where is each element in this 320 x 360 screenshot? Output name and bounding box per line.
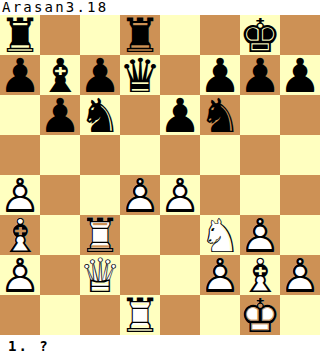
square-d1[interactable]: ♜♖ [120, 295, 160, 335]
square-e6[interactable]: ♟ [160, 95, 200, 135]
black-rook-piece[interactable]: ♜ [120, 15, 160, 55]
square-f2[interactable]: ♟♙ [200, 255, 240, 295]
square-f5[interactable] [200, 135, 240, 175]
square-d3[interactable] [120, 215, 160, 255]
black-queen-piece[interactable]: ♛ [120, 55, 160, 95]
square-b8[interactable] [40, 15, 80, 55]
square-c2[interactable]: ♛♕ [80, 255, 120, 295]
black-bishop-piece[interactable]: ♝ [40, 55, 80, 95]
square-f4[interactable] [200, 175, 240, 215]
square-a5[interactable] [0, 135, 40, 175]
square-d5[interactable] [120, 135, 160, 175]
square-d6[interactable] [120, 95, 160, 135]
white-queen-piece[interactable]: ♛♕ [80, 255, 120, 295]
square-d2[interactable] [120, 255, 160, 295]
square-d7[interactable]: ♛ [120, 55, 160, 95]
black-pawn-piece[interactable]: ♟ [200, 55, 240, 95]
square-g2[interactable]: ♝♗ [240, 255, 280, 295]
black-rook-piece[interactable]: ♜ [0, 15, 40, 55]
square-b3[interactable] [40, 215, 80, 255]
square-h8[interactable] [280, 15, 320, 55]
white-knight-piece[interactable]: ♞♘ [200, 215, 240, 255]
black-pawn-piece[interactable]: ♟ [240, 55, 280, 95]
white-rook-piece[interactable]: ♜♖ [120, 295, 160, 335]
square-g3[interactable]: ♟♙ [240, 215, 280, 255]
square-h1[interactable] [280, 295, 320, 335]
square-a1[interactable] [0, 295, 40, 335]
white-pawn-piece[interactable]: ♟♙ [160, 175, 200, 215]
black-knight-piece[interactable]: ♞ [80, 95, 120, 135]
square-h7[interactable]: ♟ [280, 55, 320, 95]
app-title: Arasan3.18 [2, 0, 108, 15]
square-b1[interactable] [40, 295, 80, 335]
square-e2[interactable] [160, 255, 200, 295]
white-pawn-piece[interactable]: ♟♙ [0, 175, 40, 215]
white-king-piece[interactable]: ♚♔ [240, 295, 280, 335]
white-pawn-piece[interactable]: ♟♙ [280, 255, 320, 295]
white-bishop-piece[interactable]: ♝♗ [240, 255, 280, 295]
black-knight-piece[interactable]: ♞ [200, 95, 240, 135]
square-c7[interactable]: ♟ [80, 55, 120, 95]
white-pawn-piece[interactable]: ♟♙ [240, 215, 280, 255]
chess-board: ♜♜♚♟♝♟♛♟♟♟♟♞♟♞♟♙♟♙♟♙♝♗♜♖♞♘♟♙♟♙♛♕♟♙♝♗♟♙♜♖… [0, 15, 320, 335]
square-c4[interactable] [80, 175, 120, 215]
square-a8[interactable]: ♜ [0, 15, 40, 55]
square-e8[interactable] [160, 15, 200, 55]
square-b7[interactable]: ♝ [40, 55, 80, 95]
square-c5[interactable] [80, 135, 120, 175]
square-a3[interactable]: ♝♗ [0, 215, 40, 255]
square-c6[interactable]: ♞ [80, 95, 120, 135]
square-h4[interactable] [280, 175, 320, 215]
move-prompt: 1. ? [8, 338, 50, 354]
white-bishop-piece[interactable]: ♝♗ [0, 215, 40, 255]
square-h2[interactable]: ♟♙ [280, 255, 320, 295]
white-pawn-piece[interactable]: ♟♙ [0, 255, 40, 295]
square-f3[interactable]: ♞♘ [200, 215, 240, 255]
square-g1[interactable]: ♚♔ [240, 295, 280, 335]
square-a4[interactable]: ♟♙ [0, 175, 40, 215]
black-king-piece[interactable]: ♚ [240, 15, 280, 55]
square-d8[interactable]: ♜ [120, 15, 160, 55]
square-c8[interactable] [80, 15, 120, 55]
black-pawn-piece[interactable]: ♟ [160, 95, 200, 135]
black-pawn-piece[interactable]: ♟ [280, 55, 320, 95]
square-g8[interactable]: ♚ [240, 15, 280, 55]
title-bar: Arasan3.18 [0, 0, 320, 15]
square-b5[interactable] [40, 135, 80, 175]
square-d4[interactable]: ♟♙ [120, 175, 160, 215]
square-h3[interactable] [280, 215, 320, 255]
black-pawn-piece[interactable]: ♟ [40, 95, 80, 135]
app-window: Arasan3.18 ♜♜♚♟♝♟♛♟♟♟♟♞♟♞♟♙♟♙♟♙♝♗♜♖♞♘♟♙♟… [0, 0, 320, 360]
square-e3[interactable] [160, 215, 200, 255]
square-c1[interactable] [80, 295, 120, 335]
white-pawn-piece[interactable]: ♟♙ [200, 255, 240, 295]
square-h5[interactable] [280, 135, 320, 175]
square-e1[interactable] [160, 295, 200, 335]
square-a2[interactable]: ♟♙ [0, 255, 40, 295]
square-g6[interactable] [240, 95, 280, 135]
square-b2[interactable] [40, 255, 80, 295]
square-b4[interactable] [40, 175, 80, 215]
square-e7[interactable] [160, 55, 200, 95]
square-a6[interactable] [0, 95, 40, 135]
square-f8[interactable] [200, 15, 240, 55]
square-c3[interactable]: ♜♖ [80, 215, 120, 255]
white-pawn-piece[interactable]: ♟♙ [120, 175, 160, 215]
black-pawn-piece[interactable]: ♟ [0, 55, 40, 95]
square-e5[interactable] [160, 135, 200, 175]
status-bar: 1. ? [0, 335, 320, 360]
square-e4[interactable]: ♟♙ [160, 175, 200, 215]
square-f1[interactable] [200, 295, 240, 335]
square-f7[interactable]: ♟ [200, 55, 240, 95]
square-g7[interactable]: ♟ [240, 55, 280, 95]
black-pawn-piece[interactable]: ♟ [80, 55, 120, 95]
square-f6[interactable]: ♞ [200, 95, 240, 135]
white-rook-piece[interactable]: ♜♖ [80, 215, 120, 255]
square-b6[interactable]: ♟ [40, 95, 80, 135]
square-a7[interactable]: ♟ [0, 55, 40, 95]
square-g4[interactable] [240, 175, 280, 215]
square-g5[interactable] [240, 135, 280, 175]
square-h6[interactable] [280, 95, 320, 135]
